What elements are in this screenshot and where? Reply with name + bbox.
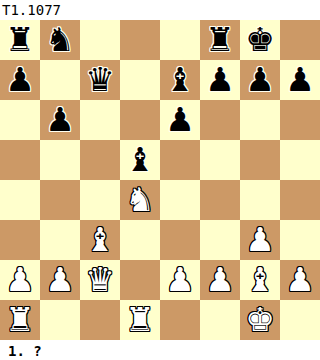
- square-g4[interactable]: [240, 180, 280, 220]
- piece-black-bishop[interactable]: ♝: [125, 140, 155, 180]
- square-a3[interactable]: [0, 220, 40, 260]
- square-e1[interactable]: [160, 300, 200, 340]
- square-e2[interactable]: ♟: [160, 260, 200, 300]
- square-h8[interactable]: [280, 20, 320, 60]
- piece-white-knight[interactable]: ♞: [125, 180, 155, 220]
- square-f1[interactable]: [200, 300, 240, 340]
- square-g6[interactable]: [240, 100, 280, 140]
- square-a2[interactable]: ♟: [0, 260, 40, 300]
- square-f5[interactable]: [200, 140, 240, 180]
- piece-black-rook[interactable]: ♜: [5, 20, 35, 60]
- piece-black-pawn[interactable]: ♟: [285, 60, 315, 100]
- move-prompt: 1. ?: [0, 340, 320, 360]
- square-c7[interactable]: ♛: [80, 60, 120, 100]
- square-d6[interactable]: [120, 100, 160, 140]
- square-g2[interactable]: ♝: [240, 260, 280, 300]
- piece-black-pawn[interactable]: ♟: [45, 100, 75, 140]
- piece-white-king[interactable]: ♚: [245, 300, 275, 340]
- square-h7[interactable]: ♟: [280, 60, 320, 100]
- piece-white-pawn[interactable]: ♟: [285, 260, 315, 300]
- square-d3[interactable]: [120, 220, 160, 260]
- square-a4[interactable]: [0, 180, 40, 220]
- square-a6[interactable]: [0, 100, 40, 140]
- piece-white-pawn[interactable]: ♟: [245, 220, 275, 260]
- piece-white-queen[interactable]: ♛: [85, 260, 115, 300]
- piece-black-king[interactable]: ♚: [245, 20, 275, 60]
- square-b3[interactable]: [40, 220, 80, 260]
- piece-black-pawn[interactable]: ♟: [5, 60, 35, 100]
- piece-white-rook[interactable]: ♜: [125, 300, 155, 340]
- square-d7[interactable]: [120, 60, 160, 100]
- square-b5[interactable]: [40, 140, 80, 180]
- square-f3[interactable]: [200, 220, 240, 260]
- piece-black-rook[interactable]: ♜: [205, 20, 235, 60]
- square-b7[interactable]: [40, 60, 80, 100]
- square-h3[interactable]: [280, 220, 320, 260]
- square-c4[interactable]: [80, 180, 120, 220]
- square-e8[interactable]: [160, 20, 200, 60]
- square-a7[interactable]: ♟: [0, 60, 40, 100]
- square-e4[interactable]: [160, 180, 200, 220]
- square-d8[interactable]: [120, 20, 160, 60]
- square-f6[interactable]: [200, 100, 240, 140]
- square-h6[interactable]: [280, 100, 320, 140]
- square-e3[interactable]: [160, 220, 200, 260]
- piece-black-pawn[interactable]: ♟: [165, 100, 195, 140]
- square-c5[interactable]: [80, 140, 120, 180]
- square-g1[interactable]: ♚: [240, 300, 280, 340]
- square-g3[interactable]: ♟: [240, 220, 280, 260]
- square-e5[interactable]: [160, 140, 200, 180]
- square-f7[interactable]: ♟: [200, 60, 240, 100]
- chess-board: ♜♞♜♚♟♛♝♟♟♟♟♟♝♞♝♟♟♟♛♟♟♝♟♜♜♚: [0, 20, 320, 340]
- square-h2[interactable]: ♟: [280, 260, 320, 300]
- puzzle-page: T1.1077 ♜♞♜♚♟♛♝♟♟♟♟♟♝♞♝♟♟♟♛♟♟♝♟♜♜♚ 1. ?: [0, 0, 320, 360]
- piece-white-pawn[interactable]: ♟: [205, 260, 235, 300]
- square-e6[interactable]: ♟: [160, 100, 200, 140]
- square-d4[interactable]: ♞: [120, 180, 160, 220]
- square-a1[interactable]: ♜: [0, 300, 40, 340]
- piece-white-pawn[interactable]: ♟: [165, 260, 195, 300]
- piece-black-bishop[interactable]: ♝: [165, 60, 195, 100]
- square-e7[interactable]: ♝: [160, 60, 200, 100]
- square-g7[interactable]: ♟: [240, 60, 280, 100]
- square-a5[interactable]: [0, 140, 40, 180]
- square-c6[interactable]: [80, 100, 120, 140]
- square-g8[interactable]: ♚: [240, 20, 280, 60]
- square-h4[interactable]: [280, 180, 320, 220]
- square-a8[interactable]: ♜: [0, 20, 40, 60]
- piece-white-bishop[interactable]: ♝: [85, 220, 115, 260]
- piece-white-pawn[interactable]: ♟: [45, 260, 75, 300]
- square-b6[interactable]: ♟: [40, 100, 80, 140]
- square-f2[interactable]: ♟: [200, 260, 240, 300]
- puzzle-title: T1.1077: [0, 0, 320, 20]
- square-c1[interactable]: [80, 300, 120, 340]
- square-c3[interactable]: ♝: [80, 220, 120, 260]
- square-b1[interactable]: [40, 300, 80, 340]
- square-c8[interactable]: [80, 20, 120, 60]
- piece-white-bishop[interactable]: ♝: [245, 260, 275, 300]
- square-f8[interactable]: ♜: [200, 20, 240, 60]
- square-h5[interactable]: [280, 140, 320, 180]
- piece-white-pawn[interactable]: ♟: [5, 260, 35, 300]
- square-h1[interactable]: [280, 300, 320, 340]
- square-d2[interactable]: [120, 260, 160, 300]
- piece-white-rook[interactable]: ♜: [5, 300, 35, 340]
- piece-black-pawn[interactable]: ♟: [245, 60, 275, 100]
- square-d5[interactable]: ♝: [120, 140, 160, 180]
- square-c2[interactable]: ♛: [80, 260, 120, 300]
- square-f4[interactable]: [200, 180, 240, 220]
- square-b2[interactable]: ♟: [40, 260, 80, 300]
- piece-black-knight[interactable]: ♞: [45, 20, 75, 60]
- square-b4[interactable]: [40, 180, 80, 220]
- square-g5[interactable]: [240, 140, 280, 180]
- piece-black-pawn[interactable]: ♟: [205, 60, 235, 100]
- square-d1[interactable]: ♜: [120, 300, 160, 340]
- piece-black-queen[interactable]: ♛: [85, 60, 115, 100]
- square-b8[interactable]: ♞: [40, 20, 80, 60]
